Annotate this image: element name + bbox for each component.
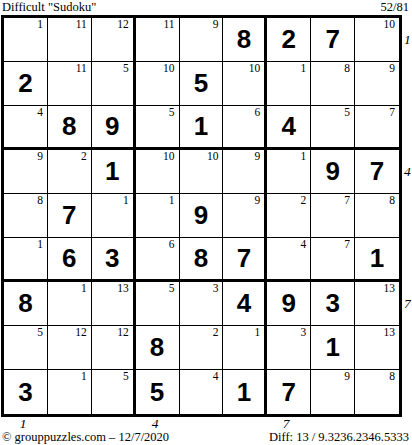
given-digit: 5 [136, 370, 179, 414]
cell-r4c6[interactable]: 9 [223, 150, 267, 194]
clue-number: 8 [37, 194, 43, 207]
given-digit: 2 [4, 62, 47, 105]
clue-number: 2 [300, 194, 306, 207]
cell-r3c1[interactable]: 4 [4, 106, 48, 150]
cell-r2c4[interactable]: 10 [136, 62, 180, 106]
clue-number: 8 [344, 62, 350, 75]
cell-r9c2[interactable]: 1 [48, 370, 92, 414]
clue-number: 10 [207, 150, 219, 163]
cell-r7c7[interactable]: 9 [267, 282, 311, 326]
cell-r6c4[interactable]: 6 [136, 238, 180, 282]
cell-r8c1[interactable]: 5 [4, 326, 48, 370]
cell-r8c8[interactable]: 1 [311, 326, 355, 370]
clue-number: 13 [384, 282, 396, 295]
cell-r9c8[interactable]: 9 [311, 370, 355, 414]
cell-r7c2[interactable]: 1 [48, 282, 92, 326]
cell-r6c3[interactable]: 3 [92, 238, 136, 282]
clue-number: 1 [169, 194, 175, 207]
cell-r9c6[interactable]: 1 [223, 370, 267, 414]
clue-number: 1 [81, 282, 87, 295]
cell-r5c8[interactable]: 7 [311, 194, 355, 238]
cell-r7c3[interactable]: 13 [92, 282, 136, 326]
clue-number: 1 [123, 194, 129, 207]
cell-r2c7[interactable]: 1 [267, 62, 311, 106]
cell-r6c7[interactable]: 4 [267, 238, 311, 282]
clue-number: 4 [213, 370, 219, 383]
clue-number: 9 [344, 370, 350, 383]
clue-number: 13 [384, 326, 396, 339]
given-digit: 9 [311, 150, 354, 193]
row-marker-7: 7 [404, 296, 411, 312]
given-digit: 8 [4, 282, 47, 325]
cell-r5c7[interactable]: 2 [267, 194, 311, 238]
cell-r3c4[interactable]: 5 [136, 106, 180, 150]
clue-number: 8 [389, 370, 395, 383]
cell-r2c3[interactable]: 5 [92, 62, 136, 106]
clue-number: 5 [123, 62, 129, 75]
difficulty-text: Diff: 13 / 9.3236.2346.5333 [269, 430, 409, 444]
col-marker-7: 7 [283, 417, 290, 431]
given-digit: 8 [180, 238, 223, 279]
clue-number: 13 [117, 282, 129, 295]
cell-r9c1[interactable]: 3 [4, 370, 48, 414]
cell-r7c5[interactable]: 3 [180, 282, 224, 326]
cell-r9c7[interactable]: 7 [267, 370, 311, 414]
cell-r5c5[interactable]: 9 [180, 194, 224, 238]
clue-number: 9 [389, 62, 395, 75]
clue-number: 7 [344, 194, 350, 207]
given-digit: 1 [311, 326, 354, 369]
clue-number: 5 [169, 282, 175, 295]
clue-number: 10 [249, 62, 261, 75]
cell-r8c9[interactable]: 13 [355, 326, 399, 370]
col-marker-4: 4 [152, 417, 159, 431]
given-digit: 1 [223, 370, 264, 414]
given-digit: 1 [180, 106, 223, 147]
cell-r5c1[interactable]: 8 [4, 194, 48, 238]
given-digit: 3 [4, 370, 47, 414]
clue-number: 8 [389, 194, 395, 207]
cell-r9c9[interactable]: 8 [355, 370, 399, 414]
given-digit: 9 [267, 282, 310, 325]
cell-r3c2[interactable]: 8 [48, 106, 92, 150]
clue-number: 12 [117, 18, 129, 31]
clue-number: 4 [37, 106, 43, 119]
given-digit: 2 [267, 18, 310, 61]
row-marker-4: 4 [404, 164, 411, 180]
given-digit: 1 [355, 238, 399, 279]
clue-number: 3 [213, 282, 219, 295]
clue-number: 6 [169, 238, 175, 251]
clue-number: 2 [213, 326, 219, 339]
clue-number: 7 [389, 106, 395, 119]
page-title: Difficult "Sudoku" [2, 0, 96, 14]
clue-number: 10 [384, 18, 396, 31]
cell-r4c9[interactable]: 7 [355, 150, 399, 194]
clue-number: 11 [76, 18, 87, 31]
cell-r9c3[interactable]: 5 [92, 370, 136, 414]
cell-r1c8[interactable]: 7 [311, 18, 355, 62]
progress-counter: 52/81 [381, 0, 409, 14]
clue-number: 9 [255, 194, 261, 207]
cell-r1c1[interactable]: 1 [4, 18, 48, 62]
given-digit: 6 [48, 238, 91, 279]
clue-number: 1 [37, 18, 43, 31]
clue-number: 9 [255, 150, 261, 163]
given-digit: 8 [223, 18, 264, 61]
cell-r5c4[interactable]: 1 [136, 194, 180, 238]
cell-r8c3[interactable]: 12 [92, 326, 136, 370]
copyright-text: © grouppuzzles.com – 12/7/2020 [2, 430, 169, 444]
cell-r4c4[interactable]: 10 [136, 150, 180, 194]
cell-r8c5[interactable]: 2 [180, 326, 224, 370]
clue-number: 5 [123, 370, 129, 383]
cell-r8c6[interactable]: 1 [223, 326, 267, 370]
given-digit: 8 [136, 326, 179, 369]
clue-number: 5 [344, 106, 350, 119]
cell-r1c3[interactable]: 12 [92, 18, 136, 62]
cell-r7c6[interactable]: 4 [223, 282, 267, 326]
cell-r8c2[interactable]: 12 [48, 326, 92, 370]
clue-number: 7 [344, 238, 350, 251]
given-digit: 4 [267, 106, 310, 147]
clue-number: 1 [255, 326, 261, 339]
cell-r6c2[interactable]: 6 [48, 238, 92, 282]
cell-r5c9[interactable]: 8 [355, 194, 399, 238]
cell-r7c8[interactable]: 3 [311, 282, 355, 326]
cell-r7c9[interactable]: 13 [355, 282, 399, 326]
cell-r3c6[interactable]: 6 [223, 106, 267, 150]
cell-r4c5[interactable]: 10 [180, 150, 224, 194]
clue-number: 11 [76, 62, 87, 75]
sudoku-board: 1111211982710211510510189489516457921101… [1, 15, 402, 417]
clue-number: 1 [81, 370, 87, 383]
cell-r7c4[interactable]: 5 [136, 282, 180, 326]
given-digit: 7 [311, 18, 354, 61]
cell-r1c6[interactable]: 8 [223, 18, 267, 62]
cell-r2c6[interactable]: 10 [223, 62, 267, 106]
cell-r3c3[interactable]: 9 [92, 106, 136, 150]
cell-r4c7[interactable]: 1 [267, 150, 311, 194]
given-digit: 3 [311, 282, 354, 325]
cell-r2c8[interactable]: 8 [311, 62, 355, 106]
clue-number: 4 [300, 238, 306, 251]
cell-r1c7[interactable]: 2 [267, 18, 311, 62]
given-digit: 3 [92, 238, 133, 279]
given-digit: 1 [92, 150, 133, 193]
clue-number: 2 [81, 150, 87, 163]
clue-number: 1 [300, 150, 306, 163]
row-marker-1: 1 [404, 32, 411, 48]
cell-r5c6[interactable]: 9 [223, 194, 267, 238]
cell-r1c2[interactable]: 11 [48, 18, 92, 62]
clue-number: 10 [163, 150, 175, 163]
cell-r3c9[interactable]: 7 [355, 106, 399, 150]
cell-r6c1[interactable]: 1 [4, 238, 48, 282]
clue-number: 9 [213, 18, 219, 31]
cell-r9c4[interactable]: 5 [136, 370, 180, 414]
clue-number: 1 [37, 238, 43, 251]
clue-number: 12 [75, 326, 87, 339]
cell-r1c4[interactable]: 11 [136, 18, 180, 62]
cell-r2c5[interactable]: 5 [180, 62, 224, 106]
cell-r1c9[interactable]: 10 [355, 18, 399, 62]
cell-r9c5[interactable]: 4 [180, 370, 224, 414]
cell-r6c6[interactable]: 7 [223, 238, 267, 282]
clue-number: 12 [117, 326, 129, 339]
header: Difficult "Sudoku" 52/81 [2, 0, 409, 14]
cell-r2c9[interactable]: 9 [355, 62, 399, 106]
cell-r6c8[interactable]: 7 [311, 238, 355, 282]
cell-r5c2[interactable]: 7 [48, 194, 92, 238]
given-digit: 7 [355, 150, 399, 193]
cell-r7c1[interactable]: 8 [4, 282, 48, 326]
sudoku-page: Difficult "Sudoku" 52/81 111121198271021… [0, 0, 412, 445]
clue-number: 5 [37, 326, 43, 339]
footer: © grouppuzzles.com – 12/7/2020 Diff: 13 … [2, 430, 409, 444]
clue-number: 10 [163, 62, 175, 75]
given-digit: 4 [223, 282, 264, 325]
cell-r4c8[interactable]: 9 [311, 150, 355, 194]
cell-r2c2[interactable]: 11 [48, 62, 92, 106]
given-digit: 7 [223, 238, 264, 279]
cell-r3c5[interactable]: 1 [180, 106, 224, 150]
cell-r1c5[interactable]: 9 [180, 18, 224, 62]
clue-number: 1 [300, 62, 306, 75]
clue-number: 5 [169, 106, 175, 119]
given-digit: 8 [48, 106, 91, 147]
given-digit: 7 [48, 194, 91, 237]
cell-r8c7[interactable]: 3 [267, 326, 311, 370]
cell-r4c1[interactable]: 9 [4, 150, 48, 194]
cell-r2c1[interactable]: 2 [4, 62, 48, 106]
clue-number: 6 [255, 106, 261, 119]
cell-r5c3[interactable]: 1 [92, 194, 136, 238]
clue-number: 9 [37, 150, 43, 163]
cell-r6c9[interactable]: 1 [355, 238, 399, 282]
clue-number: 11 [163, 18, 174, 31]
cell-r3c7[interactable]: 4 [267, 106, 311, 150]
cell-r3c8[interactable]: 5 [311, 106, 355, 150]
given-digit: 9 [180, 194, 223, 237]
cell-r4c3[interactable]: 1 [92, 150, 136, 194]
clue-number: 3 [300, 326, 306, 339]
cell-r8c4[interactable]: 8 [136, 326, 180, 370]
cell-r6c5[interactable]: 8 [180, 238, 224, 282]
given-digit: 7 [267, 370, 310, 414]
cell-r4c2[interactable]: 2 [48, 150, 92, 194]
given-digit: 9 [92, 106, 133, 147]
col-marker-1: 1 [20, 417, 27, 431]
given-digit: 5 [180, 62, 223, 105]
